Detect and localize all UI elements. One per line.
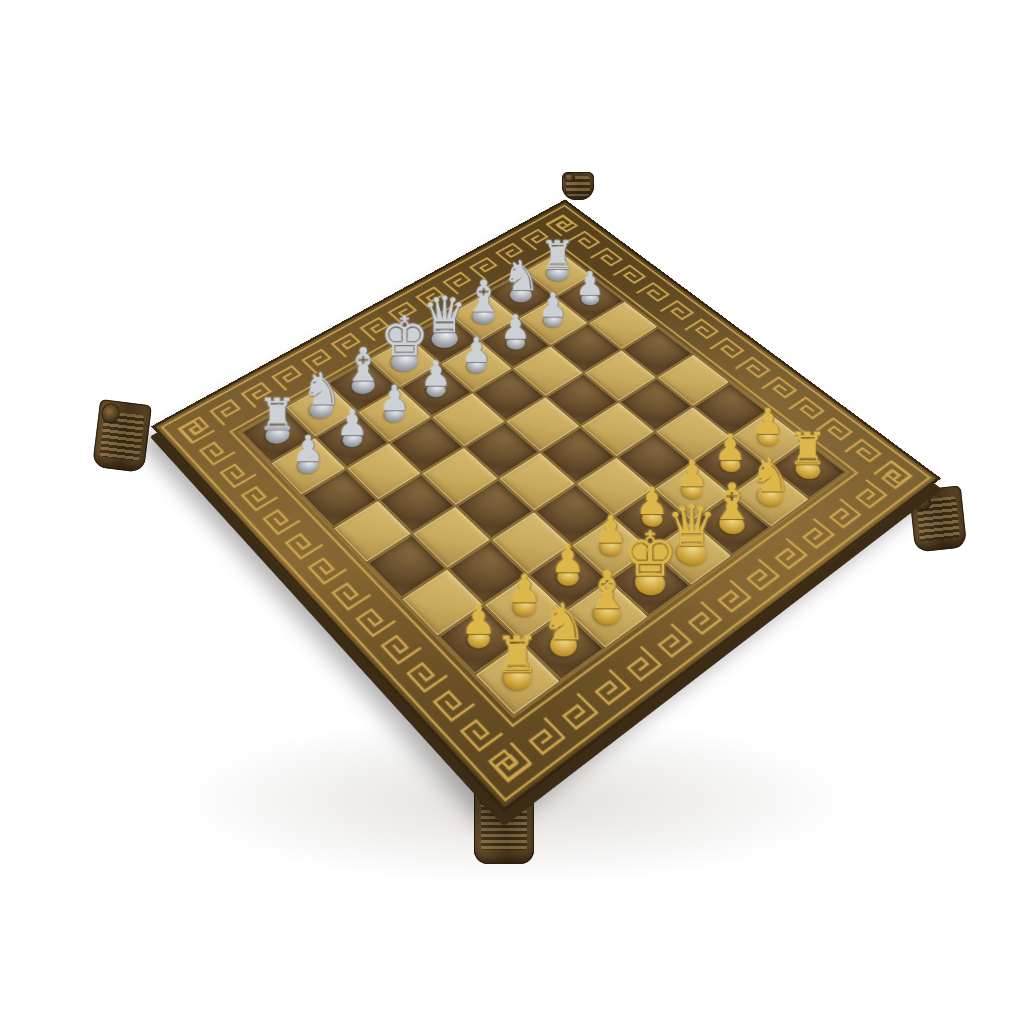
- piece-silver-pawn-g7[interactable]: ♟: [334, 405, 370, 441]
- piece-gold-pawn-b2[interactable]: ♟: [713, 430, 749, 466]
- chess-set-photo: ♜♟♟♜♞♟♟♞♝♟♟♝♛♟♟♛♚♟♟♚♝♟♟♝♞♟♟♞♜♟♟♜: [0, 0, 1024, 1024]
- piece-silver-rook-a8[interactable]: ♜: [538, 236, 577, 275]
- piece-silver-pawn-c7[interactable]: ♟: [498, 311, 532, 345]
- piece-gold-rook-h1[interactable]: ♜: [493, 630, 543, 680]
- board-leg-left: [92, 399, 152, 473]
- piece-silver-pawn-b7[interactable]: ♟: [536, 289, 569, 322]
- piece-silver-pawn-e7[interactable]: ♟: [419, 357, 454, 392]
- piece-gold-pawn-a2[interactable]: ♟: [751, 404, 787, 440]
- piece-gold-knight-g1[interactable]: ♞: [538, 596, 589, 647]
- playing-field: ♜♟♟♜♞♟♟♞♝♟♟♝♛♟♟♛♚♟♟♚♝♟♟♝♞♟♟♞♜♟♟♜: [242, 252, 846, 714]
- board-leg-far: [562, 172, 594, 200]
- piece-silver-pawn-a7[interactable]: ♟: [574, 267, 607, 300]
- piece-silver-pawn-f7[interactable]: ♟: [377, 381, 412, 416]
- piece-silver-pawn-d7[interactable]: ♟: [459, 333, 493, 367]
- piece-gold-pawn-c2[interactable]: ♟: [674, 456, 711, 493]
- piece-silver-pawn-h7[interactable]: ♟: [290, 431, 326, 467]
